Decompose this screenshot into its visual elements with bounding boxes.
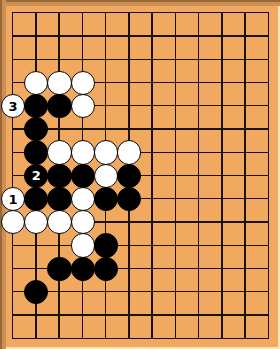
stone-white	[71, 140, 95, 164]
stone-white	[71, 210, 95, 234]
stone-white	[71, 187, 95, 211]
stone-white	[47, 210, 71, 234]
stone-black-move-2: 2	[24, 164, 48, 188]
stone-white	[71, 94, 95, 118]
stone-white-move-3: 3	[1, 94, 25, 118]
stone-black	[117, 187, 141, 211]
stone-white	[1, 210, 25, 234]
stone-white	[71, 71, 95, 95]
stone-white	[24, 71, 48, 95]
stone-white	[47, 71, 71, 95]
stone-black	[24, 94, 48, 118]
stone-black	[71, 164, 95, 188]
stone-black	[94, 233, 118, 257]
stone-black	[24, 117, 48, 141]
move-number-label: 3	[9, 99, 18, 112]
move-number-label: 2	[32, 169, 41, 182]
stone-black	[47, 164, 71, 188]
move-number-label: 1	[9, 192, 18, 205]
go-board-diagram: 321	[0, 0, 280, 349]
stone-black	[94, 257, 118, 281]
stone-black	[71, 257, 95, 281]
stone-black	[117, 164, 141, 188]
stone-black	[24, 280, 48, 304]
stone-black	[24, 187, 48, 211]
stone-white-move-1: 1	[1, 187, 25, 211]
stone-white	[94, 140, 118, 164]
stone-white	[117, 140, 141, 164]
stone-black	[24, 140, 48, 164]
stone-black	[47, 187, 71, 211]
stone-white	[47, 140, 71, 164]
stone-white	[71, 233, 95, 257]
stone-black	[47, 94, 71, 118]
stones-layer: 321	[1, 1, 280, 349]
stone-white	[94, 164, 118, 188]
stone-white	[24, 210, 48, 234]
stone-black	[94, 187, 118, 211]
stone-black	[47, 257, 71, 281]
